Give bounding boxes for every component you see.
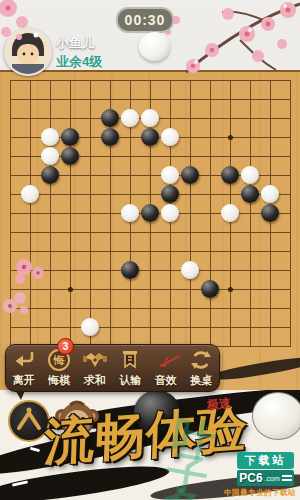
player-avatar[interactable]	[4, 28, 52, 76]
white-stone	[221, 204, 239, 222]
star-point	[228, 135, 233, 140]
star-point	[228, 287, 233, 292]
black-stone	[61, 147, 79, 165]
surrender-flag-icon	[119, 349, 141, 371]
white-stone	[181, 261, 199, 279]
offer-draw-button[interactable]: 求和	[77, 345, 113, 391]
watermark-tagline: 中国最专业的下载站	[224, 488, 296, 498]
black-stone	[41, 166, 59, 184]
black-stone	[181, 166, 199, 184]
white-stone	[161, 166, 179, 184]
resign-button[interactable]: 认输	[113, 345, 149, 391]
white-stone	[121, 204, 139, 222]
white-stone	[141, 109, 159, 127]
promo-banner[interactable]: 极速 流畅体验 叶子多 下载站 PC6.com 中国最专业的下载站	[0, 390, 300, 500]
board-grid	[10, 80, 291, 347]
white-stone	[41, 128, 59, 146]
sound-toggle-button[interactable]: ♪ 音效	[148, 345, 184, 391]
change-table-button[interactable]: 换桌	[184, 345, 220, 391]
black-stone	[201, 280, 219, 298]
music-note-icon: ♪	[161, 349, 171, 371]
white-stone	[161, 204, 179, 222]
gomoku-game-screen: 小鱼儿 业余4级 00:30 离开	[0, 0, 300, 500]
star-point	[68, 287, 73, 292]
move-timer: 00:30	[116, 7, 174, 33]
pc6-logo-fineprint	[282, 475, 292, 481]
player-name: 小鱼儿	[56, 34, 95, 52]
black-stone	[101, 128, 119, 146]
white-stone	[261, 185, 279, 203]
white-stone	[161, 128, 179, 146]
player-rank: 业余4级	[56, 53, 102, 71]
white-stone	[241, 166, 259, 184]
black-stone	[101, 109, 119, 127]
download-site-watermark-box: 下载站	[237, 452, 294, 469]
leave-arrow-icon	[12, 349, 36, 371]
black-stone	[221, 166, 239, 184]
leave-button[interactable]: 离开	[6, 345, 42, 391]
pc6-logo: PC6.com	[237, 470, 294, 486]
black-stone	[241, 185, 259, 203]
white-stone	[21, 185, 39, 203]
undo-move-button[interactable]: 3 悔 悔棋	[42, 345, 78, 391]
white-stone	[41, 147, 59, 165]
white-stone	[81, 318, 99, 336]
turn-indicator-white-stone	[139, 32, 170, 61]
black-stone	[141, 204, 159, 222]
black-stone	[161, 185, 179, 203]
white-stone	[121, 109, 139, 127]
black-stone	[121, 261, 139, 279]
accent-text: 极速	[206, 395, 232, 414]
change-table-refresh-icon	[190, 349, 212, 371]
black-stone	[61, 128, 79, 146]
black-stone	[141, 128, 159, 146]
black-stone	[261, 204, 279, 222]
undo-count-badge: 3	[57, 338, 74, 355]
action-toolbar: 离开 3 悔 悔棋 求和	[5, 344, 220, 392]
top-bar: 小鱼儿 业余4级 00:30	[0, 0, 300, 70]
handshake-icon	[82, 349, 108, 371]
